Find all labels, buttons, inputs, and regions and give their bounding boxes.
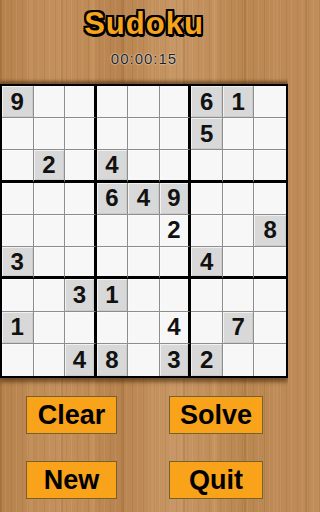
cell-r5c1[interactable] xyxy=(2,215,34,247)
cell-r9c4[interactable]: 8 xyxy=(97,344,129,376)
cell-r1c6[interactable] xyxy=(160,86,192,118)
cell-r9c5[interactable] xyxy=(128,344,160,376)
cell-r3c6[interactable] xyxy=(160,150,192,182)
cell-r7c1[interactable] xyxy=(2,279,34,311)
cell-r7c8[interactable] xyxy=(223,279,255,311)
cell-r5c2[interactable] xyxy=(34,215,66,247)
cell-r9c7[interactable]: 2 xyxy=(191,344,223,376)
cell-r8c8[interactable]: 7 xyxy=(223,312,255,344)
cell-r8c6[interactable]: 4 xyxy=(160,312,192,344)
cell-r9c2[interactable] xyxy=(34,344,66,376)
cell-r6c9[interactable] xyxy=(254,247,286,279)
cell-r5c6[interactable]: 2 xyxy=(160,215,192,247)
cell-r5c8[interactable] xyxy=(223,215,255,247)
quit-button[interactable]: Quit xyxy=(169,461,263,499)
cell-r4c9[interactable] xyxy=(254,183,286,215)
cell-r7c3[interactable]: 3 xyxy=(65,279,97,311)
cell-r6c7[interactable]: 4 xyxy=(191,247,223,279)
sudoku-board: 9615246492834311474832 xyxy=(0,84,288,378)
cell-r7c7[interactable] xyxy=(191,279,223,311)
cell-r5c3[interactable] xyxy=(65,215,97,247)
cell-r6c8[interactable] xyxy=(223,247,255,279)
cell-r6c1[interactable]: 3 xyxy=(2,247,34,279)
cell-r1c4[interactable] xyxy=(97,86,129,118)
cell-r9c1[interactable] xyxy=(2,344,34,376)
cell-r4c1[interactable] xyxy=(2,183,34,215)
cell-r1c2[interactable] xyxy=(34,86,66,118)
cell-r3c4[interactable]: 4 xyxy=(97,150,129,182)
new-button[interactable]: New xyxy=(26,461,117,499)
cell-r3c2[interactable]: 2 xyxy=(34,150,66,182)
cell-r1c9[interactable] xyxy=(254,86,286,118)
cell-r2c3[interactable] xyxy=(65,118,97,150)
cell-r5c5[interactable] xyxy=(128,215,160,247)
cell-r1c7[interactable]: 6 xyxy=(191,86,223,118)
cell-r6c6[interactable] xyxy=(160,247,192,279)
cell-r4c5[interactable]: 4 xyxy=(128,183,160,215)
cell-r9c6[interactable]: 3 xyxy=(160,344,192,376)
cell-r7c4[interactable]: 1 xyxy=(97,279,129,311)
cell-r3c3[interactable] xyxy=(65,150,97,182)
cell-r2c4[interactable] xyxy=(97,118,129,150)
cell-r1c8[interactable]: 1 xyxy=(223,86,255,118)
cell-r6c4[interactable] xyxy=(97,247,129,279)
cell-r1c1[interactable]: 9 xyxy=(2,86,34,118)
cell-r4c3[interactable] xyxy=(65,183,97,215)
cell-r7c5[interactable] xyxy=(128,279,160,311)
cell-r2c6[interactable] xyxy=(160,118,192,150)
cell-r7c9[interactable] xyxy=(254,279,286,311)
cell-r8c4[interactable] xyxy=(97,312,129,344)
app-title: Sudoku xyxy=(0,6,288,42)
cell-r7c2[interactable] xyxy=(34,279,66,311)
cell-r1c3[interactable] xyxy=(65,86,97,118)
cell-r1c5[interactable] xyxy=(128,86,160,118)
cell-r2c1[interactable] xyxy=(2,118,34,150)
app-screen: Sudoku 00:00:15 9615246492834311474832 C… xyxy=(0,0,288,512)
cell-r5c4[interactable] xyxy=(97,215,129,247)
solve-button[interactable]: Solve xyxy=(169,396,263,434)
cell-r8c9[interactable] xyxy=(254,312,286,344)
cell-r3c1[interactable] xyxy=(2,150,34,182)
cell-r3c9[interactable] xyxy=(254,150,286,182)
cell-r5c7[interactable] xyxy=(191,215,223,247)
cell-r9c8[interactable] xyxy=(223,344,255,376)
cell-r8c5[interactable] xyxy=(128,312,160,344)
cell-r9c3[interactable]: 4 xyxy=(65,344,97,376)
cell-r2c8[interactable] xyxy=(223,118,255,150)
cell-r6c3[interactable] xyxy=(65,247,97,279)
cell-r7c6[interactable] xyxy=(160,279,192,311)
cell-r3c8[interactable] xyxy=(223,150,255,182)
cell-r4c6[interactable]: 9 xyxy=(160,183,192,215)
cell-r4c8[interactable] xyxy=(223,183,255,215)
cell-r6c2[interactable] xyxy=(34,247,66,279)
cell-r8c1[interactable]: 1 xyxy=(2,312,34,344)
cell-r4c7[interactable] xyxy=(191,183,223,215)
cell-r8c2[interactable] xyxy=(34,312,66,344)
cell-r9c9[interactable] xyxy=(254,344,286,376)
clear-button[interactable]: Clear xyxy=(26,396,117,434)
cell-r3c5[interactable] xyxy=(128,150,160,182)
cell-r2c7[interactable]: 5 xyxy=(191,118,223,150)
cell-r2c5[interactable] xyxy=(128,118,160,150)
cell-r8c7[interactable] xyxy=(191,312,223,344)
sudoku-grid: 9615246492834311474832 xyxy=(2,86,286,376)
cell-r4c2[interactable] xyxy=(34,183,66,215)
cell-r2c2[interactable] xyxy=(34,118,66,150)
cell-r4c4[interactable]: 6 xyxy=(97,183,129,215)
cell-r2c9[interactable] xyxy=(254,118,286,150)
cell-r3c7[interactable] xyxy=(191,150,223,182)
game-timer: 00:00:15 xyxy=(0,50,288,67)
cell-r5c9[interactable]: 8 xyxy=(254,215,286,247)
cell-r6c5[interactable] xyxy=(128,247,160,279)
cell-r8c3[interactable] xyxy=(65,312,97,344)
